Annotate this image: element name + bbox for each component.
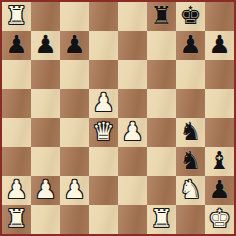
square-g2[interactable]: ♞	[176, 176, 205, 205]
square-c8[interactable]	[60, 2, 89, 31]
piece-white-queen: ♛	[92, 119, 114, 144]
square-e1[interactable]	[118, 205, 147, 234]
square-g8[interactable]: ♚	[176, 2, 205, 31]
piece-white-pawn: ♟	[34, 177, 56, 202]
square-c7[interactable]: ♟	[60, 31, 89, 60]
square-g1[interactable]	[176, 205, 205, 234]
square-a2[interactable]: ♟	[2, 176, 31, 205]
square-h4[interactable]	[205, 118, 234, 147]
piece-black-rook: ♜	[150, 3, 172, 28]
piece-white-rook: ♜	[150, 206, 172, 231]
piece-black-pawn: ♟	[179, 32, 201, 57]
square-d3[interactable]	[89, 147, 118, 176]
square-b4[interactable]	[31, 118, 60, 147]
square-a5[interactable]	[2, 89, 31, 118]
square-e8[interactable]	[118, 2, 147, 31]
square-e4[interactable]: ♟	[118, 118, 147, 147]
square-a6[interactable]	[2, 60, 31, 89]
piece-black-pawn: ♟	[5, 32, 27, 57]
piece-white-rook: ♜	[5, 206, 27, 231]
square-g4[interactable]: ♞	[176, 118, 205, 147]
square-c2[interactable]: ♟	[60, 176, 89, 205]
square-f1[interactable]: ♜	[147, 205, 176, 234]
square-c3[interactable]	[60, 147, 89, 176]
square-e7[interactable]	[118, 31, 147, 60]
square-h1[interactable]: ♚	[205, 205, 234, 234]
square-b3[interactable]	[31, 147, 60, 176]
piece-black-pawn: ♟	[208, 32, 230, 57]
square-a8[interactable]: ♜	[2, 2, 31, 31]
square-g7[interactable]: ♟	[176, 31, 205, 60]
square-f8[interactable]: ♜	[147, 2, 176, 31]
square-d7[interactable]	[89, 31, 118, 60]
square-e2[interactable]	[118, 176, 147, 205]
piece-white-pawn: ♟	[5, 177, 27, 202]
square-h8[interactable]	[205, 2, 234, 31]
square-c4[interactable]	[60, 118, 89, 147]
piece-white-pawn: ♟	[63, 177, 85, 202]
square-c6[interactable]	[60, 60, 89, 89]
chess-diagram: ♜♜♚♟♟♟♟♟♟♛♟♞♞♝♟♟♟♞♟♜♜♚	[0, 0, 236, 236]
piece-white-knight: ♞	[179, 177, 201, 202]
square-h2[interactable]: ♟	[205, 176, 234, 205]
square-h6[interactable]	[205, 60, 234, 89]
square-h7[interactable]: ♟	[205, 31, 234, 60]
square-f3[interactable]	[147, 147, 176, 176]
square-d5[interactable]: ♟	[89, 89, 118, 118]
piece-black-pawn: ♟	[34, 32, 56, 57]
square-c5[interactable]	[60, 89, 89, 118]
piece-black-king: ♚	[179, 3, 201, 28]
piece-black-knight: ♞	[179, 119, 201, 144]
piece-white-pawn: ♟	[92, 90, 114, 115]
piece-white-pawn: ♟	[121, 119, 143, 144]
square-g5[interactable]	[176, 89, 205, 118]
chess-board: ♜♜♚♟♟♟♟♟♟♛♟♞♞♝♟♟♟♞♟♜♜♚	[0, 0, 236, 236]
square-g6[interactable]	[176, 60, 205, 89]
piece-black-pawn: ♟	[208, 177, 230, 202]
square-d2[interactable]	[89, 176, 118, 205]
piece-black-pawn: ♟	[63, 32, 85, 57]
square-b8[interactable]	[31, 2, 60, 31]
square-a1[interactable]: ♜	[2, 205, 31, 234]
square-f2[interactable]	[147, 176, 176, 205]
square-f5[interactable]	[147, 89, 176, 118]
square-h3[interactable]: ♝	[205, 147, 234, 176]
square-a4[interactable]	[2, 118, 31, 147]
square-f7[interactable]	[147, 31, 176, 60]
square-d8[interactable]	[89, 2, 118, 31]
square-a3[interactable]	[2, 147, 31, 176]
piece-white-king: ♚	[208, 206, 230, 231]
square-b7[interactable]: ♟	[31, 31, 60, 60]
square-f4[interactable]	[147, 118, 176, 147]
square-e3[interactable]	[118, 147, 147, 176]
piece-white-rook: ♜	[5, 3, 27, 28]
square-a7[interactable]: ♟	[2, 31, 31, 60]
square-b1[interactable]	[31, 205, 60, 234]
square-f6[interactable]	[147, 60, 176, 89]
square-b5[interactable]	[31, 89, 60, 118]
square-b2[interactable]: ♟	[31, 176, 60, 205]
square-e5[interactable]	[118, 89, 147, 118]
square-c1[interactable]	[60, 205, 89, 234]
square-h5[interactable]	[205, 89, 234, 118]
square-d4[interactable]: ♛	[89, 118, 118, 147]
square-e6[interactable]	[118, 60, 147, 89]
square-d1[interactable]	[89, 205, 118, 234]
square-b6[interactable]	[31, 60, 60, 89]
square-d6[interactable]	[89, 60, 118, 89]
square-g3[interactable]: ♞	[176, 147, 205, 176]
piece-black-knight: ♞	[179, 148, 201, 173]
piece-black-bishop: ♝	[208, 148, 230, 173]
